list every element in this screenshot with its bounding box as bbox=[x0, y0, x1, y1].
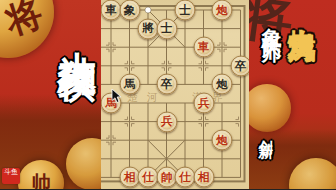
right-title: 中炮对屏风马 bbox=[282, 6, 320, 18]
piece-black-士[interactable]: 士 bbox=[156, 18, 177, 39]
piece-black-卒[interactable]: 卒 bbox=[230, 55, 251, 76]
piece-glyph: 車 bbox=[105, 5, 117, 17]
piece-glyph: 相 bbox=[198, 172, 210, 184]
piece-red-兵[interactable]: 兵 bbox=[193, 93, 214, 114]
left-banner: 将 帅 大神象棋 bbox=[0, 0, 101, 189]
douyu-logo-badge: 斗鱼 bbox=[2, 168, 20, 184]
piece-glyph: 炮 bbox=[216, 79, 228, 91]
right-banner: 将 象棋大师 创新 中炮对屏风马 bbox=[249, 0, 336, 189]
decorative-piece-right bbox=[249, 84, 291, 132]
piece-glyph: 炮 bbox=[216, 5, 228, 17]
piece-black-卒[interactable]: 卒 bbox=[156, 74, 177, 95]
piece-glyph: 卒 bbox=[235, 61, 247, 73]
piece-black-象[interactable]: 象 bbox=[119, 0, 140, 21]
piece-glyph: 士 bbox=[161, 23, 173, 35]
video-thumbnail: 楚 河 漢 界 車象士炮將士車卒馬卒炮馬兵兵炮相仕帥仕相 将 帅 大神象棋 斗鱼… bbox=[0, 0, 336, 189]
piece-glyph: 卒 bbox=[161, 79, 173, 91]
piece-red-兵[interactable]: 兵 bbox=[156, 111, 177, 132]
piece-red-相[interactable]: 相 bbox=[193, 167, 214, 188]
piece-glyph: 車 bbox=[198, 42, 210, 54]
decorative-piece-top-left: 将 bbox=[0, 0, 54, 58]
piece-glyph: 將 bbox=[142, 23, 154, 35]
piece-red-炮[interactable]: 炮 bbox=[212, 0, 233, 21]
piece-glyph: 兵 bbox=[198, 98, 210, 110]
piece-red-車[interactable]: 車 bbox=[193, 37, 214, 58]
piece-glyph: 炮 bbox=[216, 135, 228, 147]
mouse-cursor-icon bbox=[111, 89, 122, 104]
piece-glyph: 帥 bbox=[161, 172, 173, 184]
right-subtitle-2: 创新 bbox=[256, 128, 275, 134]
decorative-glyph: 帅 bbox=[31, 170, 51, 190]
piece-glyph: 仕 bbox=[142, 172, 154, 184]
piece-black-馬[interactable]: 馬 bbox=[119, 74, 140, 95]
piece-glyph: 士 bbox=[179, 5, 191, 17]
piece-black-炮[interactable]: 炮 bbox=[212, 74, 233, 95]
piece-red-炮[interactable]: 炮 bbox=[212, 130, 233, 151]
left-title: 大神象棋 bbox=[50, 20, 101, 36]
piece-glyph: 仕 bbox=[179, 172, 191, 184]
piece-glyph: 兵 bbox=[161, 116, 173, 128]
piece-glyph: 象 bbox=[124, 5, 136, 17]
piece-glyph: 馬 bbox=[124, 79, 136, 91]
piece-black-士[interactable]: 士 bbox=[175, 0, 196, 21]
calligraphy-glyph: 将 bbox=[0, 0, 49, 46]
piece-glyph: 相 bbox=[124, 172, 136, 184]
